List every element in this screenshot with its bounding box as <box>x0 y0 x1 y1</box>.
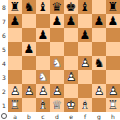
square-a6[interactable] <box>8 28 22 42</box>
square-c6[interactable]: ♟ <box>36 28 50 42</box>
square-h1[interactable]: ♜♖ <box>106 98 120 112</box>
square-c1[interactable]: ♝♗ <box>36 98 50 112</box>
file-label-b: b <box>22 112 36 120</box>
white-rook[interactable]: ♜♖ <box>8 98 22 112</box>
square-b1[interactable] <box>22 98 36 112</box>
square-a1[interactable]: ♜♖ <box>8 98 22 112</box>
square-e1[interactable]: ♚♔ <box>64 98 78 112</box>
white-pawn[interactable]: ♟♙ <box>64 70 78 84</box>
white-pawn[interactable]: ♟♙ <box>36 84 50 98</box>
white-bishop[interactable]: ♝♗ <box>78 98 92 112</box>
white-to-move-indicator <box>1 113 7 119</box>
file-label-f: f <box>78 112 92 120</box>
rank-label-6: 6 <box>0 28 8 42</box>
rank-label-3: 3 <box>0 70 8 84</box>
square-e8[interactable]: ♚ <box>64 0 78 14</box>
black-knight[interactable]: ♞ <box>92 56 106 70</box>
square-c8[interactable]: ♝ <box>36 0 50 14</box>
chess-board-diagram: 87654321 ♜♞♝♛♚♝♜♟♟♟♟♟♟♟♟♞♘♟♙♞♞♘♟♙♟♙♟♙♟♙♟… <box>0 0 120 120</box>
square-e6[interactable] <box>64 28 78 42</box>
square-c5[interactable] <box>36 42 50 56</box>
square-f7[interactable] <box>78 14 92 28</box>
white-knight[interactable]: ♞♘ <box>50 56 64 70</box>
black-rook[interactable]: ♜ <box>106 0 120 14</box>
file-label-e: e <box>64 112 78 120</box>
rank-labels: 87654321 <box>0 0 8 112</box>
black-bishop[interactable]: ♝ <box>78 0 92 14</box>
rank-label-7: 7 <box>0 14 8 28</box>
white-bishop[interactable]: ♝♗ <box>36 98 50 112</box>
square-c2[interactable]: ♟♙ <box>36 84 50 98</box>
square-e4[interactable] <box>64 56 78 70</box>
white-pawn[interactable]: ♟♙ <box>22 84 36 98</box>
square-g4[interactable]: ♞ <box>92 56 106 70</box>
square-a7[interactable]: ♟ <box>8 14 22 28</box>
square-h7[interactable]: ♟ <box>106 14 120 28</box>
square-g3[interactable] <box>92 70 106 84</box>
square-d8[interactable]: ♛ <box>50 0 64 14</box>
black-pawn[interactable]: ♟ <box>106 14 120 28</box>
square-f1[interactable]: ♝♗ <box>78 98 92 112</box>
square-d4[interactable]: ♞♘ <box>50 56 64 70</box>
square-h5[interactable] <box>106 42 120 56</box>
square-d1[interactable]: ♛♕ <box>50 98 64 112</box>
file-label-a: a <box>8 112 22 120</box>
square-d6[interactable] <box>50 28 64 42</box>
square-b2[interactable]: ♟♙ <box>22 84 36 98</box>
chess-board[interactable]: ♜♞♝♛♚♝♜♟♟♟♟♟♟♟♟♞♘♟♙♞♞♘♟♙♟♙♟♙♟♙♟♙♟♙♟♙♜♖♝♗… <box>8 0 120 112</box>
white-pawn[interactable]: ♟♙ <box>50 84 64 98</box>
white-pawn[interactable]: ♟♙ <box>106 84 120 98</box>
square-h4[interactable] <box>106 56 120 70</box>
square-b7[interactable] <box>22 14 36 28</box>
square-a3[interactable] <box>8 70 22 84</box>
square-f3[interactable] <box>78 70 92 84</box>
square-a5[interactable] <box>8 42 22 56</box>
rank-label-8: 8 <box>0 0 8 14</box>
square-b4[interactable] <box>22 56 36 70</box>
white-queen[interactable]: ♛♕ <box>50 98 64 112</box>
white-knight[interactable]: ♞♘ <box>36 70 50 84</box>
square-h2[interactable]: ♟♙ <box>106 84 120 98</box>
rank-label-5: 5 <box>0 42 8 56</box>
white-pawn[interactable]: ♟♙ <box>8 84 22 98</box>
square-b5[interactable]: ♟ <box>22 42 36 56</box>
square-g8[interactable] <box>92 0 106 14</box>
square-g6[interactable] <box>92 28 106 42</box>
square-g5[interactable] <box>92 42 106 56</box>
black-king[interactable]: ♚ <box>64 0 78 14</box>
square-d5[interactable] <box>50 42 64 56</box>
black-pawn[interactable]: ♟ <box>64 14 78 28</box>
file-label-d: d <box>50 112 64 120</box>
black-pawn[interactable]: ♟ <box>8 14 22 28</box>
square-g7[interactable]: ♟ <box>92 14 106 28</box>
black-pawn[interactable]: ♟ <box>78 28 92 42</box>
black-queen[interactable]: ♛ <box>50 0 64 14</box>
black-pawn[interactable]: ♟ <box>50 14 64 28</box>
black-knight[interactable]: ♞ <box>22 0 36 14</box>
white-pawn[interactable]: ♟♙ <box>78 56 92 70</box>
rank-label-2: 2 <box>0 84 8 98</box>
white-rook[interactable]: ♜♖ <box>106 98 120 112</box>
square-a4[interactable] <box>8 56 22 70</box>
rank-label-1: 1 <box>0 98 8 112</box>
square-e3[interactable]: ♟♙ <box>64 70 78 84</box>
rank-label-4: 4 <box>0 56 8 70</box>
square-h6[interactable] <box>106 28 120 42</box>
square-f4[interactable]: ♟♙ <box>78 56 92 70</box>
white-king[interactable]: ♚♔ <box>64 98 78 112</box>
square-d3[interactable] <box>50 70 64 84</box>
square-c4[interactable] <box>36 56 50 70</box>
square-f5[interactable] <box>78 42 92 56</box>
file-label-g: g <box>92 112 106 120</box>
square-f8[interactable]: ♝ <box>78 0 92 14</box>
file-label-h: h <box>106 112 120 120</box>
square-a2[interactable]: ♟♙ <box>8 84 22 98</box>
square-b3[interactable] <box>22 70 36 84</box>
square-c3[interactable]: ♞♘ <box>36 70 50 84</box>
square-g2[interactable]: ♟♙ <box>92 84 106 98</box>
file-labels: abcdefgh <box>8 112 120 120</box>
square-f6[interactable]: ♟ <box>78 28 92 42</box>
square-e5[interactable] <box>64 42 78 56</box>
square-f2[interactable] <box>78 84 92 98</box>
black-bishop[interactable]: ♝ <box>36 0 50 14</box>
square-d7[interactable]: ♟ <box>50 14 64 28</box>
square-d2[interactable]: ♟♙ <box>50 84 64 98</box>
square-e2[interactable] <box>64 84 78 98</box>
black-rook[interactable]: ♜ <box>8 0 22 14</box>
square-b6[interactable] <box>22 28 36 42</box>
square-c7[interactable] <box>36 14 50 28</box>
black-pawn[interactable]: ♟ <box>22 42 36 56</box>
square-b8[interactable]: ♞ <box>22 0 36 14</box>
square-h3[interactable] <box>106 70 120 84</box>
black-pawn[interactable]: ♟ <box>36 28 50 42</box>
file-label-c: c <box>36 112 50 120</box>
black-pawn[interactable]: ♟ <box>92 14 106 28</box>
square-h8[interactable]: ♜ <box>106 0 120 14</box>
white-pawn[interactable]: ♟♙ <box>92 84 106 98</box>
square-e7[interactable]: ♟ <box>64 14 78 28</box>
square-a8[interactable]: ♜ <box>8 0 22 14</box>
square-g1[interactable] <box>92 98 106 112</box>
